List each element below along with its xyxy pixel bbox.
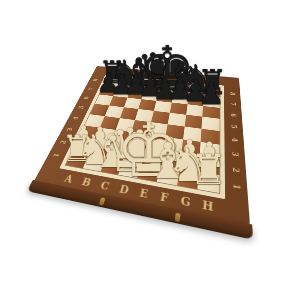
square-h1 [198, 172, 220, 193]
brass-latch-icon [175, 213, 181, 222]
chess-set-photo: ABCDEFGH ABCDEFGH 87654321 87654321 ♜♞♝♛… [0, 0, 285, 285]
square-f1 [157, 165, 179, 185]
square-g1 [177, 168, 199, 189]
chess-board: ABCDEFGH ABCDEFGH 87654321 87654321 [34, 66, 250, 225]
rank-labels-right: 87654321 [224, 88, 248, 198]
rank-label-1: 1 [225, 176, 248, 198]
brass-latch-icon [99, 197, 106, 205]
